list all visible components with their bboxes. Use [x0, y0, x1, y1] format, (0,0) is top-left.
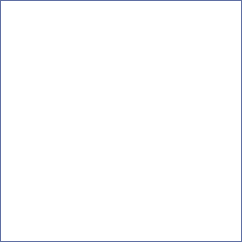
chess-board [0, 0, 242, 242]
